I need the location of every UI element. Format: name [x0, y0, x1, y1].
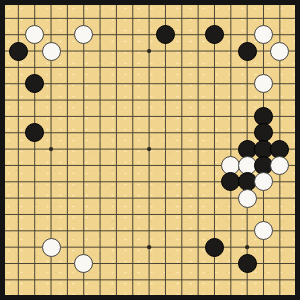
- intersection-O1[interactable]: [206, 288, 222, 300]
- intersection-B17[interactable]: [10, 27, 26, 43]
- intersection-S7[interactable]: [272, 190, 288, 206]
- intersection-A8[interactable]: [0, 174, 10, 190]
- intersection-H11[interactable]: [108, 125, 124, 141]
- intersection-M1[interactable]: [174, 288, 190, 300]
- intersection-P19[interactable]: [223, 0, 239, 10]
- intersection-N4[interactable]: [190, 239, 206, 255]
- intersection-D13[interactable]: [43, 92, 59, 108]
- intersection-F2[interactable]: [76, 272, 92, 288]
- intersection-K4[interactable]: [141, 239, 157, 255]
- intersection-L9[interactable]: [157, 157, 173, 173]
- intersection-O12[interactable]: [206, 108, 222, 124]
- intersection-C3[interactable]: [27, 255, 43, 271]
- intersection-F8[interactable]: [76, 174, 92, 190]
- intersection-A12[interactable]: [0, 108, 10, 124]
- intersection-A7[interactable]: [0, 190, 10, 206]
- intersection-F9[interactable]: [76, 157, 92, 173]
- intersection-T9[interactable]: [288, 157, 300, 173]
- intersection-M16[interactable]: [174, 43, 190, 59]
- intersection-F1[interactable]: [76, 288, 92, 300]
- intersection-L2[interactable]: [157, 272, 173, 288]
- intersection-A6[interactable]: [0, 206, 10, 222]
- intersection-H10[interactable]: [108, 141, 124, 157]
- intersection-S13[interactable]: [272, 92, 288, 108]
- intersection-H8[interactable]: [108, 174, 124, 190]
- intersection-E5[interactable]: [59, 223, 75, 239]
- intersection-N5[interactable]: [190, 223, 206, 239]
- intersection-P16[interactable]: [223, 43, 239, 59]
- intersection-T5[interactable]: [288, 223, 300, 239]
- intersection-D12[interactable]: [43, 108, 59, 124]
- intersection-T10[interactable]: [288, 141, 300, 157]
- intersection-D2[interactable]: [43, 272, 59, 288]
- intersection-F13[interactable]: [76, 92, 92, 108]
- intersection-K13[interactable]: [141, 92, 157, 108]
- intersection-A4[interactable]: [0, 239, 10, 255]
- intersection-A11[interactable]: [0, 125, 10, 141]
- intersection-A13[interactable]: [0, 92, 10, 108]
- intersection-E18[interactable]: [59, 10, 75, 26]
- intersection-O11[interactable]: [206, 125, 222, 141]
- intersection-K9[interactable]: [141, 157, 157, 173]
- intersection-M10[interactable]: [174, 141, 190, 157]
- intersection-B5[interactable]: [10, 223, 26, 239]
- intersection-J19[interactable]: [125, 0, 141, 10]
- intersection-E4[interactable]: [59, 239, 75, 255]
- intersection-H2[interactable]: [108, 272, 124, 288]
- intersection-P13[interactable]: [223, 92, 239, 108]
- intersection-M15[interactable]: [174, 59, 190, 75]
- intersection-G8[interactable]: [92, 174, 108, 190]
- intersection-J4[interactable]: [125, 239, 141, 255]
- intersection-E8[interactable]: [59, 174, 75, 190]
- intersection-O13[interactable]: [206, 92, 222, 108]
- intersection-N11[interactable]: [190, 125, 206, 141]
- intersection-D1[interactable]: [43, 288, 59, 300]
- intersection-G15[interactable]: [92, 59, 108, 75]
- intersection-H1[interactable]: [108, 288, 124, 300]
- intersection-N17[interactable]: [190, 27, 206, 43]
- intersection-D5[interactable]: [43, 223, 59, 239]
- intersection-C8[interactable]: [27, 174, 43, 190]
- intersection-O5[interactable]: [206, 223, 222, 239]
- intersection-H16[interactable]: [108, 43, 124, 59]
- intersection-B4[interactable]: [10, 239, 26, 255]
- intersection-E3[interactable]: [59, 255, 75, 271]
- intersection-N19[interactable]: [190, 0, 206, 10]
- intersection-A14[interactable]: [0, 76, 10, 92]
- intersection-K1[interactable]: [141, 288, 157, 300]
- intersection-C6[interactable]: [27, 206, 43, 222]
- intersection-N9[interactable]: [190, 157, 206, 173]
- intersection-E10[interactable]: [59, 141, 75, 157]
- intersection-A1[interactable]: [0, 288, 10, 300]
- intersection-H4[interactable]: [108, 239, 124, 255]
- intersection-G12[interactable]: [92, 108, 108, 124]
- intersection-M14[interactable]: [174, 76, 190, 92]
- intersection-L13[interactable]: [157, 92, 173, 108]
- intersection-M19[interactable]: [174, 0, 190, 10]
- intersection-K3[interactable]: [141, 255, 157, 271]
- intersection-G3[interactable]: [92, 255, 108, 271]
- intersection-R3[interactable]: [255, 255, 271, 271]
- intersection-K18[interactable]: [141, 10, 157, 26]
- intersection-J9[interactable]: [125, 157, 141, 173]
- intersection-E16[interactable]: [59, 43, 75, 59]
- intersection-B3[interactable]: [10, 255, 26, 271]
- intersection-S17[interactable]: [272, 27, 288, 43]
- intersection-S5[interactable]: [272, 223, 288, 239]
- intersection-P6[interactable]: [223, 206, 239, 222]
- intersection-O8[interactable]: [206, 174, 222, 190]
- intersection-S2[interactable]: [272, 272, 288, 288]
- intersection-J16[interactable]: [125, 43, 141, 59]
- intersection-H3[interactable]: [108, 255, 124, 271]
- intersection-A19[interactable]: [0, 0, 10, 10]
- intersection-J12[interactable]: [125, 108, 141, 124]
- intersection-H6[interactable]: [108, 206, 124, 222]
- intersection-K15[interactable]: [141, 59, 157, 75]
- intersection-T19[interactable]: [288, 0, 300, 10]
- intersection-M2[interactable]: [174, 272, 190, 288]
- intersection-H7[interactable]: [108, 190, 124, 206]
- intersection-Q13[interactable]: [239, 92, 255, 108]
- intersection-Q12[interactable]: [239, 108, 255, 124]
- intersection-C10[interactable]: [27, 141, 43, 157]
- intersection-O6[interactable]: [206, 206, 222, 222]
- intersection-K10[interactable]: [141, 141, 157, 157]
- intersection-E1[interactable]: [59, 288, 75, 300]
- intersection-P12[interactable]: [223, 108, 239, 124]
- intersection-E13[interactable]: [59, 92, 75, 108]
- intersection-B14[interactable]: [10, 76, 26, 92]
- intersection-C4[interactable]: [27, 239, 43, 255]
- intersection-G10[interactable]: [92, 141, 108, 157]
- intersection-P15[interactable]: [223, 59, 239, 75]
- intersection-L5[interactable]: [157, 223, 173, 239]
- intersection-T2[interactable]: [288, 272, 300, 288]
- intersection-L19[interactable]: [157, 0, 173, 10]
- intersection-M17[interactable]: [174, 27, 190, 43]
- intersection-T12[interactable]: [288, 108, 300, 124]
- intersection-D3[interactable]: [43, 255, 59, 271]
- intersection-F19[interactable]: [76, 0, 92, 10]
- intersection-L8[interactable]: [157, 174, 173, 190]
- intersection-A2[interactable]: [0, 272, 10, 288]
- intersection-E7[interactable]: [59, 190, 75, 206]
- intersection-K7[interactable]: [141, 190, 157, 206]
- intersection-P10[interactable]: [223, 141, 239, 157]
- intersection-T18[interactable]: [288, 10, 300, 26]
- intersection-L6[interactable]: [157, 206, 173, 222]
- intersection-O2[interactable]: [206, 272, 222, 288]
- intersection-J17[interactable]: [125, 27, 141, 43]
- intersection-C15[interactable]: [27, 59, 43, 75]
- intersection-H13[interactable]: [108, 92, 124, 108]
- intersection-T17[interactable]: [288, 27, 300, 43]
- intersection-J8[interactable]: [125, 174, 141, 190]
- intersection-T11[interactable]: [288, 125, 300, 141]
- intersection-D7[interactable]: [43, 190, 59, 206]
- intersection-H12[interactable]: [108, 108, 124, 124]
- intersection-C1[interactable]: [27, 288, 43, 300]
- intersection-L1[interactable]: [157, 288, 173, 300]
- intersection-K17[interactable]: [141, 27, 157, 43]
- intersection-Q11[interactable]: [239, 125, 255, 141]
- intersection-K5[interactable]: [141, 223, 157, 239]
- intersection-G17[interactable]: [92, 27, 108, 43]
- intersection-E15[interactable]: [59, 59, 75, 75]
- intersection-K11[interactable]: [141, 125, 157, 141]
- intersection-S18[interactable]: [272, 10, 288, 26]
- intersection-B6[interactable]: [10, 206, 26, 222]
- intersection-O18[interactable]: [206, 10, 222, 26]
- intersection-F5[interactable]: [76, 223, 92, 239]
- intersection-G9[interactable]: [92, 157, 108, 173]
- intersection-B19[interactable]: [10, 0, 26, 10]
- intersection-T3[interactable]: [288, 255, 300, 271]
- intersection-K14[interactable]: [141, 76, 157, 92]
- intersection-D9[interactable]: [43, 157, 59, 173]
- intersection-P14[interactable]: [223, 76, 239, 92]
- intersection-R2[interactable]: [255, 272, 271, 288]
- intersection-F10[interactable]: [76, 141, 92, 157]
- intersection-F6[interactable]: [76, 206, 92, 222]
- intersection-N1[interactable]: [190, 288, 206, 300]
- intersection-H18[interactable]: [108, 10, 124, 26]
- intersection-J15[interactable]: [125, 59, 141, 75]
- intersection-A3[interactable]: [0, 255, 10, 271]
- intersection-J14[interactable]: [125, 76, 141, 92]
- intersection-G4[interactable]: [92, 239, 108, 255]
- intersection-S15[interactable]: [272, 59, 288, 75]
- intersection-M8[interactable]: [174, 174, 190, 190]
- intersection-B2[interactable]: [10, 272, 26, 288]
- intersection-R1[interactable]: [255, 288, 271, 300]
- intersection-F4[interactable]: [76, 239, 92, 255]
- intersection-M13[interactable]: [174, 92, 190, 108]
- intersection-E6[interactable]: [59, 206, 75, 222]
- intersection-S4[interactable]: [272, 239, 288, 255]
- intersection-S19[interactable]: [272, 0, 288, 10]
- intersection-N18[interactable]: [190, 10, 206, 26]
- intersection-M12[interactable]: [174, 108, 190, 124]
- intersection-P7[interactable]: [223, 190, 239, 206]
- intersection-G14[interactable]: [92, 76, 108, 92]
- intersection-J18[interactable]: [125, 10, 141, 26]
- intersection-N10[interactable]: [190, 141, 206, 157]
- intersection-N6[interactable]: [190, 206, 206, 222]
- intersection-H15[interactable]: [108, 59, 124, 75]
- intersection-K19[interactable]: [141, 0, 157, 10]
- intersection-D17[interactable]: [43, 27, 59, 43]
- intersection-L4[interactable]: [157, 239, 173, 255]
- intersection-J5[interactable]: [125, 223, 141, 239]
- intersection-R4[interactable]: [255, 239, 271, 255]
- intersection-B8[interactable]: [10, 174, 26, 190]
- intersection-G2[interactable]: [92, 272, 108, 288]
- intersection-G19[interactable]: [92, 0, 108, 10]
- intersection-E17[interactable]: [59, 27, 75, 43]
- intersection-Q15[interactable]: [239, 59, 255, 75]
- intersection-D11[interactable]: [43, 125, 59, 141]
- intersection-R15[interactable]: [255, 59, 271, 75]
- intersection-H14[interactable]: [108, 76, 124, 92]
- intersection-J3[interactable]: [125, 255, 141, 271]
- intersection-G6[interactable]: [92, 206, 108, 222]
- intersection-Q14[interactable]: [239, 76, 255, 92]
- intersection-E19[interactable]: [59, 0, 75, 10]
- intersection-S11[interactable]: [272, 125, 288, 141]
- intersection-Q1[interactable]: [239, 288, 255, 300]
- intersection-L10[interactable]: [157, 141, 173, 157]
- intersection-D10[interactable]: [43, 141, 59, 157]
- intersection-A15[interactable]: [0, 59, 10, 75]
- intersection-P1[interactable]: [223, 288, 239, 300]
- intersection-B10[interactable]: [10, 141, 26, 157]
- intersection-K2[interactable]: [141, 272, 157, 288]
- intersection-Q19[interactable]: [239, 0, 255, 10]
- intersection-B9[interactable]: [10, 157, 26, 173]
- intersection-R16[interactable]: [255, 43, 271, 59]
- intersection-T16[interactable]: [288, 43, 300, 59]
- intersection-M18[interactable]: [174, 10, 190, 26]
- intersection-R19[interactable]: [255, 0, 271, 10]
- intersection-G11[interactable]: [92, 125, 108, 141]
- intersection-E2[interactable]: [59, 272, 75, 288]
- intersection-N16[interactable]: [190, 43, 206, 59]
- intersection-Q18[interactable]: [239, 10, 255, 26]
- intersection-T6[interactable]: [288, 206, 300, 222]
- intersection-A17[interactable]: [0, 27, 10, 43]
- intersection-T1[interactable]: [288, 288, 300, 300]
- intersection-J11[interactable]: [125, 125, 141, 141]
- intersection-M9[interactable]: [174, 157, 190, 173]
- intersection-D19[interactable]: [43, 0, 59, 10]
- intersection-G7[interactable]: [92, 190, 108, 206]
- intersection-K8[interactable]: [141, 174, 157, 190]
- intersection-D8[interactable]: [43, 174, 59, 190]
- intersection-B18[interactable]: [10, 10, 26, 26]
- intersection-B15[interactable]: [10, 59, 26, 75]
- intersection-P17[interactable]: [223, 27, 239, 43]
- intersection-A18[interactable]: [0, 10, 10, 26]
- intersection-P2[interactable]: [223, 272, 239, 288]
- intersection-K6[interactable]: [141, 206, 157, 222]
- intersection-G1[interactable]: [92, 288, 108, 300]
- intersection-S14[interactable]: [272, 76, 288, 92]
- intersection-K16[interactable]: [141, 43, 157, 59]
- intersection-M5[interactable]: [174, 223, 190, 239]
- intersection-S1[interactable]: [272, 288, 288, 300]
- intersection-Q2[interactable]: [239, 272, 255, 288]
- intersection-P3[interactable]: [223, 255, 239, 271]
- intersection-A5[interactable]: [0, 223, 10, 239]
- intersection-O15[interactable]: [206, 59, 222, 75]
- intersection-R18[interactable]: [255, 10, 271, 26]
- intersection-T14[interactable]: [288, 76, 300, 92]
- intersection-J10[interactable]: [125, 141, 141, 157]
- intersection-L18[interactable]: [157, 10, 173, 26]
- intersection-O9[interactable]: [206, 157, 222, 173]
- intersection-M6[interactable]: [174, 206, 190, 222]
- intersection-T7[interactable]: [288, 190, 300, 206]
- intersection-L7[interactable]: [157, 190, 173, 206]
- intersection-P18[interactable]: [223, 10, 239, 26]
- intersection-G16[interactable]: [92, 43, 108, 59]
- intersection-F12[interactable]: [76, 108, 92, 124]
- intersection-F7[interactable]: [76, 190, 92, 206]
- intersection-G5[interactable]: [92, 223, 108, 239]
- intersection-F18[interactable]: [76, 10, 92, 26]
- intersection-S3[interactable]: [272, 255, 288, 271]
- intersection-E14[interactable]: [59, 76, 75, 92]
- intersection-B7[interactable]: [10, 190, 26, 206]
- intersection-H9[interactable]: [108, 157, 124, 173]
- intersection-Q17[interactable]: [239, 27, 255, 43]
- intersection-B13[interactable]: [10, 92, 26, 108]
- intersection-J13[interactable]: [125, 92, 141, 108]
- intersection-M7[interactable]: [174, 190, 190, 206]
- intersection-N2[interactable]: [190, 272, 206, 288]
- intersection-L3[interactable]: [157, 255, 173, 271]
- intersection-C9[interactable]: [27, 157, 43, 173]
- intersection-T4[interactable]: [288, 239, 300, 255]
- intersection-L12[interactable]: [157, 108, 173, 124]
- intersection-G18[interactable]: [92, 10, 108, 26]
- intersection-Q5[interactable]: [239, 223, 255, 239]
- intersection-O19[interactable]: [206, 0, 222, 10]
- intersection-P5[interactable]: [223, 223, 239, 239]
- intersection-C16[interactable]: [27, 43, 43, 59]
- intersection-F15[interactable]: [76, 59, 92, 75]
- intersection-C7[interactable]: [27, 190, 43, 206]
- intersection-O10[interactable]: [206, 141, 222, 157]
- intersection-C18[interactable]: [27, 10, 43, 26]
- intersection-R7[interactable]: [255, 190, 271, 206]
- intersection-A10[interactable]: [0, 141, 10, 157]
- intersection-O7[interactable]: [206, 190, 222, 206]
- intersection-E11[interactable]: [59, 125, 75, 141]
- intersection-F16[interactable]: [76, 43, 92, 59]
- intersection-H19[interactable]: [108, 0, 124, 10]
- intersection-O16[interactable]: [206, 43, 222, 59]
- intersection-N15[interactable]: [190, 59, 206, 75]
- intersection-L16[interactable]: [157, 43, 173, 59]
- intersection-N14[interactable]: [190, 76, 206, 92]
- intersection-B11[interactable]: [10, 125, 26, 141]
- intersection-N7[interactable]: [190, 190, 206, 206]
- intersection-E9[interactable]: [59, 157, 75, 173]
- intersection-T8[interactable]: [288, 174, 300, 190]
- intersection-Q6[interactable]: [239, 206, 255, 222]
- intersection-B12[interactable]: [10, 108, 26, 124]
- intersection-H17[interactable]: [108, 27, 124, 43]
- intersection-N13[interactable]: [190, 92, 206, 108]
- intersection-N8[interactable]: [190, 174, 206, 190]
- intersection-T15[interactable]: [288, 59, 300, 75]
- intersection-P4[interactable]: [223, 239, 239, 255]
- intersection-J6[interactable]: [125, 206, 141, 222]
- intersection-A9[interactable]: [0, 157, 10, 173]
- intersection-C5[interactable]: [27, 223, 43, 239]
- intersection-C19[interactable]: [27, 0, 43, 10]
- intersection-S12[interactable]: [272, 108, 288, 124]
- intersection-D6[interactable]: [43, 206, 59, 222]
- intersection-M3[interactable]: [174, 255, 190, 271]
- intersection-E12[interactable]: [59, 108, 75, 124]
- intersection-B1[interactable]: [10, 288, 26, 300]
